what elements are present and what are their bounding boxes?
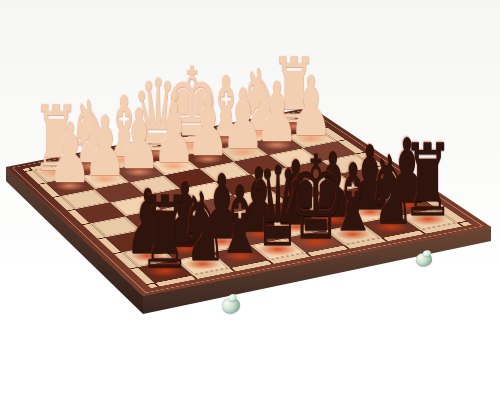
piece-white-pawn-a2[interactable]: ♟ [49, 113, 92, 196]
latch-right-icon[interactable] [415, 251, 433, 267]
pieces-layer: ♜♞♟♝♟♚♟♛♟♝♟♞♟♜♟♟♟♟♜♟♞♟♟♝♟♚♟♛♟♝♞♜ [0, 0, 500, 400]
piece-black-rook-a8[interactable]: ♜ [139, 184, 191, 284]
product-photo: ♜♞♟♝♟♚♟♛♟♝♟♞♟♜♟♟♟♟♜♟♞♟♟♝♟♚♟♛♟♝♞♜ [0, 0, 500, 400]
latch-knob [423, 249, 431, 256]
